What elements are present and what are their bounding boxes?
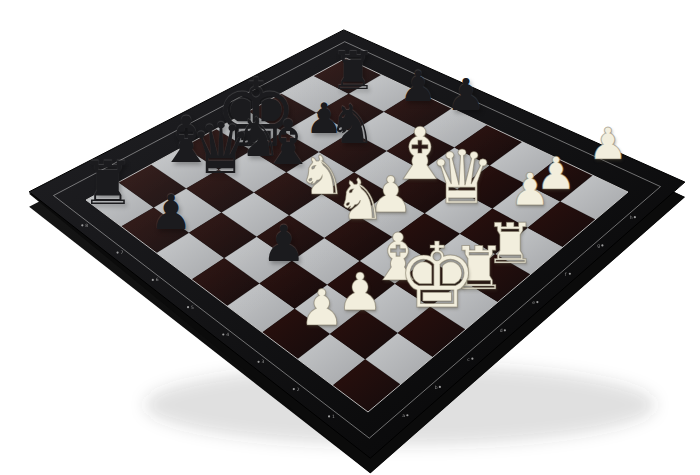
black-queen-d8[interactable]: ♛ xyxy=(190,114,253,184)
black-pawn-c5[interactable]: ♟ xyxy=(262,219,307,269)
captured-white-pawn[interactable]: ♟ xyxy=(588,122,627,166)
pieces-layer: ♜♟♟♟♞♚♞♟♝♝♛♝♟♞♜♛♟♟♞♟♟♜♝♜♚♟♟ xyxy=(0,0,700,475)
black-pawn-b7[interactable]: ♟ xyxy=(149,188,192,236)
black-pawn-h6[interactable]: ♟ xyxy=(399,66,437,108)
black-rook-h8[interactable]: ♜ xyxy=(330,45,377,97)
white-king-c1[interactable]: ♚ xyxy=(397,231,478,321)
white-pawn-g2[interactable]: ♟ xyxy=(510,167,550,212)
black-rook-a8[interactable]: ♜ xyxy=(81,153,135,213)
captured-black-pawn[interactable]: ♟ xyxy=(446,73,485,117)
white-queen-f3[interactable]: ♛ xyxy=(429,140,495,214)
white-pawn-a2[interactable]: ♟ xyxy=(300,283,345,333)
chess-set-photo: 87654321abcdefgh ♜♟♟♟♞♚♞♟♝♝♛♝♟♞♜♛♟♟♞♟♟♜♝… xyxy=(0,0,700,475)
